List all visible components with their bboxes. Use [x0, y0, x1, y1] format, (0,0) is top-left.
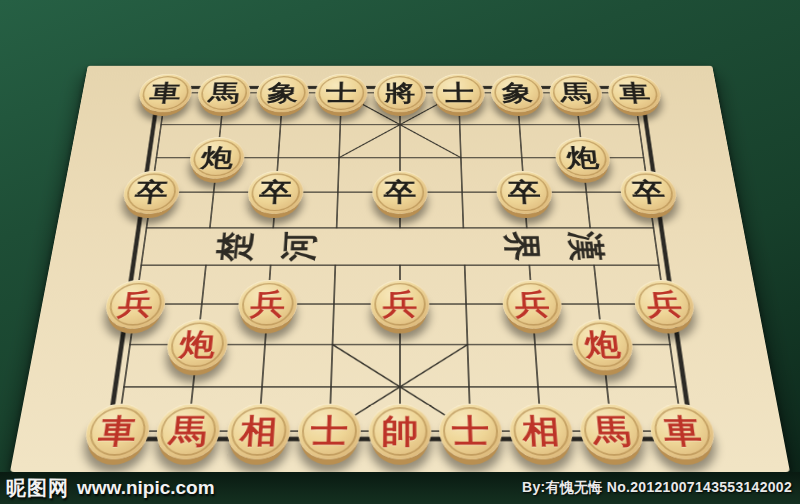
- piece-red-soldier[interactable]: 兵: [632, 280, 698, 329]
- watermark-credit: By:有愧无悔 No.20121007143553142002: [522, 479, 792, 497]
- piece-layer: 車馬象士將士象馬車炮炮卒卒卒卒卒兵兵兵兵兵炮炮車馬相士帥士相馬車: [10, 66, 790, 472]
- piece-red-soldier[interactable]: 兵: [501, 280, 563, 329]
- piece-black-soldier[interactable]: 卒: [246, 171, 304, 214]
- piece-red-soldier[interactable]: 兵: [102, 280, 168, 329]
- piece-red-elephant[interactable]: 相: [508, 404, 575, 460]
- piece-red-general[interactable]: 帥: [368, 404, 432, 460]
- piece-black-chariot[interactable]: 車: [606, 74, 664, 112]
- piece-red-elephant[interactable]: 相: [225, 404, 292, 460]
- piece-black-horse[interactable]: 馬: [548, 74, 604, 112]
- xiangqi-board: 楚 河 界 漢 車馬象士將士象馬車炮炮卒卒卒卒卒兵兵兵兵兵炮炮車馬相士帥士相馬車: [10, 66, 790, 472]
- piece-black-soldier[interactable]: 卒: [121, 171, 182, 214]
- piece-black-elephant[interactable]: 象: [255, 74, 310, 112]
- piece-red-chariot[interactable]: 車: [82, 404, 153, 460]
- piece-black-advisor[interactable]: 士: [432, 74, 485, 112]
- piece-black-elephant[interactable]: 象: [490, 74, 545, 112]
- piece-red-chariot[interactable]: 車: [647, 404, 718, 460]
- piece-red-cannon[interactable]: 炮: [164, 319, 229, 370]
- piece-red-advisor[interactable]: 士: [439, 404, 504, 460]
- piece-black-cannon[interactable]: 炮: [188, 137, 247, 178]
- piece-black-horse[interactable]: 馬: [196, 74, 252, 112]
- watermark-bar: 昵图网 www.nipic.com By:有愧无悔 No.20121007143…: [0, 472, 800, 504]
- piece-black-cannon[interactable]: 炮: [554, 137, 613, 178]
- site-name: 昵图网: [6, 475, 69, 502]
- photo-scene: 楚 河 界 漢 車馬象士將士象馬車炮炮卒卒卒卒卒兵兵兵兵兵炮炮車馬相士帥士相馬車…: [0, 0, 800, 504]
- site-url: www.nipic.com: [77, 477, 215, 499]
- piece-black-advisor[interactable]: 士: [314, 74, 367, 112]
- piece-red-advisor[interactable]: 士: [297, 404, 362, 460]
- piece-black-soldier[interactable]: 卒: [495, 171, 553, 214]
- piece-red-soldier[interactable]: 兵: [370, 280, 430, 329]
- piece-red-horse[interactable]: 馬: [154, 404, 223, 460]
- piece-red-soldier[interactable]: 兵: [236, 280, 298, 329]
- piece-black-general[interactable]: 將: [374, 74, 427, 112]
- piece-red-horse[interactable]: 馬: [578, 404, 647, 460]
- watermark-site: 昵图网 www.nipic.com: [6, 475, 215, 502]
- piece-red-cannon[interactable]: 炮: [570, 319, 635, 370]
- piece-black-soldier[interactable]: 卒: [618, 171, 679, 214]
- piece-black-chariot[interactable]: 車: [137, 74, 195, 112]
- piece-black-soldier[interactable]: 卒: [372, 171, 428, 214]
